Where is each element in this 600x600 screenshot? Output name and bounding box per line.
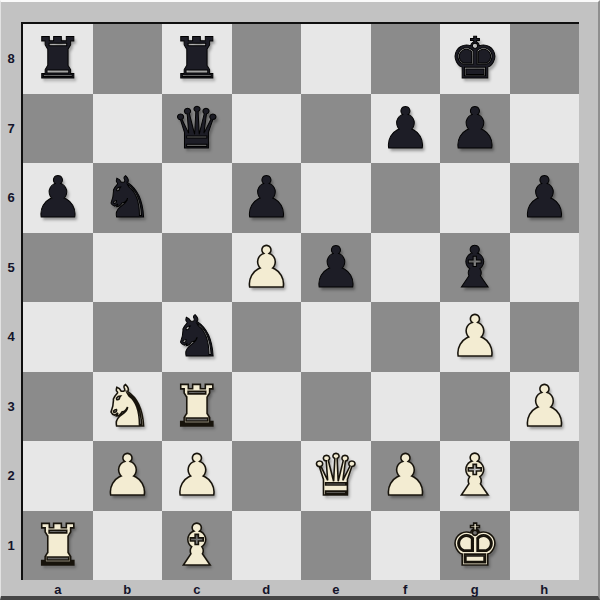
white-rook-c3[interactable]: ♜ bbox=[171, 378, 222, 435]
white-pawn-c2[interactable]: ♟ bbox=[171, 447, 222, 504]
board: ♜♜♚♛♟♟♟♞♟♟♟♟♝♞♟♞♜♟♟♟♛♟♝♜♝♚ bbox=[21, 22, 579, 580]
square-e7[interactable] bbox=[301, 94, 371, 164]
file-label-f: f bbox=[371, 580, 441, 598]
square-b1[interactable] bbox=[93, 511, 163, 581]
board-frame: 87654321 ♜♜♚♛♟♟♟♞♟♟♟♟♝♞♟♞♜♟♟♟♛♟♝♜♝♚ abcd… bbox=[0, 0, 600, 600]
square-a4[interactable] bbox=[23, 302, 93, 372]
square-b2[interactable]: ♟ bbox=[93, 441, 163, 511]
square-g4[interactable]: ♟ bbox=[440, 302, 510, 372]
black-pawn-g7[interactable]: ♟ bbox=[449, 100, 500, 157]
square-h2[interactable] bbox=[510, 441, 580, 511]
square-h6[interactable]: ♟ bbox=[510, 163, 580, 233]
square-f7[interactable]: ♟ bbox=[371, 94, 441, 164]
square-d4[interactable] bbox=[232, 302, 302, 372]
square-e3[interactable] bbox=[301, 372, 371, 442]
square-h8[interactable] bbox=[510, 24, 580, 94]
white-bishop-c1[interactable]: ♝ bbox=[171, 517, 222, 574]
square-g3[interactable] bbox=[440, 372, 510, 442]
square-a6[interactable]: ♟ bbox=[23, 163, 93, 233]
square-h5[interactable] bbox=[510, 233, 580, 303]
square-f1[interactable] bbox=[371, 511, 441, 581]
square-a5[interactable] bbox=[23, 233, 93, 303]
white-pawn-h3[interactable]: ♟ bbox=[519, 378, 570, 435]
square-e2[interactable]: ♛ bbox=[301, 441, 371, 511]
rank-label-2: 2 bbox=[1, 441, 21, 511]
square-c1[interactable]: ♝ bbox=[162, 511, 232, 581]
square-d7[interactable] bbox=[232, 94, 302, 164]
file-label-g: g bbox=[440, 580, 510, 598]
file-label-e: e bbox=[301, 580, 371, 598]
square-h7[interactable] bbox=[510, 94, 580, 164]
square-d5[interactable]: ♟ bbox=[232, 233, 302, 303]
square-f6[interactable] bbox=[371, 163, 441, 233]
white-pawn-g4[interactable]: ♟ bbox=[449, 308, 500, 365]
square-d2[interactable] bbox=[232, 441, 302, 511]
square-c5[interactable] bbox=[162, 233, 232, 303]
square-h1[interactable] bbox=[510, 511, 580, 581]
black-pawn-d6[interactable]: ♟ bbox=[241, 169, 292, 226]
square-f4[interactable] bbox=[371, 302, 441, 372]
square-f5[interactable] bbox=[371, 233, 441, 303]
white-rook-a1[interactable]: ♜ bbox=[32, 517, 83, 574]
square-f2[interactable]: ♟ bbox=[371, 441, 441, 511]
rank-label-6: 6 bbox=[1, 163, 21, 233]
rank-labels: 87654321 bbox=[1, 24, 21, 580]
square-e5[interactable]: ♟ bbox=[301, 233, 371, 303]
black-knight-c4[interactable]: ♞ bbox=[171, 308, 222, 365]
file-label-h: h bbox=[510, 580, 580, 598]
rank-label-7: 7 bbox=[1, 94, 21, 164]
square-b7[interactable] bbox=[93, 94, 163, 164]
square-g8[interactable]: ♚ bbox=[440, 24, 510, 94]
square-a2[interactable] bbox=[23, 441, 93, 511]
black-pawn-h6[interactable]: ♟ bbox=[519, 169, 570, 226]
black-pawn-f7[interactable]: ♟ bbox=[380, 100, 431, 157]
black-bishop-g5[interactable]: ♝ bbox=[449, 239, 500, 296]
square-g1[interactable]: ♚ bbox=[440, 511, 510, 581]
file-label-d: d bbox=[232, 580, 302, 598]
square-b8[interactable] bbox=[93, 24, 163, 94]
square-f3[interactable] bbox=[371, 372, 441, 442]
square-e4[interactable] bbox=[301, 302, 371, 372]
black-rook-a8[interactable]: ♜ bbox=[32, 30, 83, 87]
file-label-c: c bbox=[162, 580, 232, 598]
square-g6[interactable] bbox=[440, 163, 510, 233]
file-label-b: b bbox=[93, 580, 163, 598]
square-b4[interactable] bbox=[93, 302, 163, 372]
square-e8[interactable] bbox=[301, 24, 371, 94]
square-d8[interactable] bbox=[232, 24, 302, 94]
square-g7[interactable]: ♟ bbox=[440, 94, 510, 164]
square-a1[interactable]: ♜ bbox=[23, 511, 93, 581]
black-knight-b6[interactable]: ♞ bbox=[102, 169, 153, 226]
white-pawn-b2[interactable]: ♟ bbox=[102, 447, 153, 504]
black-pawn-e5[interactable]: ♟ bbox=[310, 239, 361, 296]
square-e1[interactable] bbox=[301, 511, 371, 581]
square-c3[interactable]: ♜ bbox=[162, 372, 232, 442]
white-pawn-d5[interactable]: ♟ bbox=[241, 239, 292, 296]
white-pawn-f2[interactable]: ♟ bbox=[380, 447, 431, 504]
rank-label-8: 8 bbox=[1, 24, 21, 94]
square-d1[interactable] bbox=[232, 511, 302, 581]
file-label-a: a bbox=[23, 580, 93, 598]
white-knight-b3[interactable]: ♞ bbox=[102, 378, 153, 435]
black-queen-c7[interactable]: ♛ bbox=[171, 100, 222, 157]
square-a7[interactable] bbox=[23, 94, 93, 164]
white-king-g1[interactable]: ♚ bbox=[449, 517, 500, 574]
rank-label-5: 5 bbox=[1, 233, 21, 303]
square-a3[interactable] bbox=[23, 372, 93, 442]
square-b3[interactable]: ♞ bbox=[93, 372, 163, 442]
square-c4[interactable]: ♞ bbox=[162, 302, 232, 372]
square-g5[interactable]: ♝ bbox=[440, 233, 510, 303]
file-labels: abcdefgh bbox=[23, 580, 579, 598]
square-e6[interactable] bbox=[301, 163, 371, 233]
square-b5[interactable] bbox=[93, 233, 163, 303]
square-c2[interactable]: ♟ bbox=[162, 441, 232, 511]
square-c7[interactable]: ♛ bbox=[162, 94, 232, 164]
square-h3[interactable]: ♟ bbox=[510, 372, 580, 442]
white-queen-e2[interactable]: ♛ bbox=[310, 447, 361, 504]
square-d3[interactable] bbox=[232, 372, 302, 442]
square-g2[interactable]: ♝ bbox=[440, 441, 510, 511]
square-h4[interactable] bbox=[510, 302, 580, 372]
white-bishop-g2[interactable]: ♝ bbox=[449, 447, 500, 504]
rank-label-3: 3 bbox=[1, 372, 21, 442]
square-d6[interactable]: ♟ bbox=[232, 163, 302, 233]
rank-label-4: 4 bbox=[1, 302, 21, 372]
rank-label-1: 1 bbox=[1, 511, 21, 581]
black-king-g8[interactable]: ♚ bbox=[449, 30, 500, 87]
square-c6[interactable] bbox=[162, 163, 232, 233]
square-b6[interactable]: ♞ bbox=[93, 163, 163, 233]
black-pawn-a6[interactable]: ♟ bbox=[32, 169, 83, 226]
square-f8[interactable] bbox=[371, 24, 441, 94]
black-rook-c8[interactable]: ♜ bbox=[171, 30, 222, 87]
square-a8[interactable]: ♜ bbox=[23, 24, 93, 94]
square-c8[interactable]: ♜ bbox=[162, 24, 232, 94]
